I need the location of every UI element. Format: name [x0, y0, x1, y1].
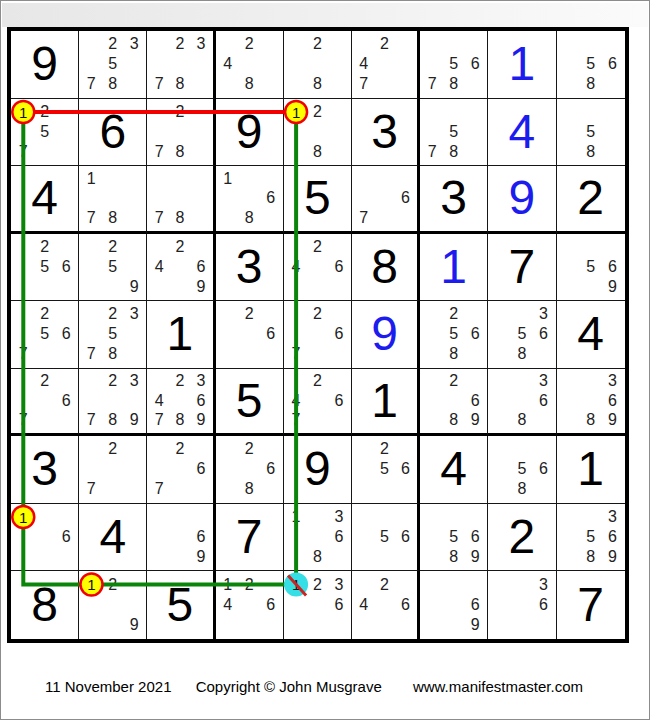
candidate-9: 9 — [196, 549, 205, 565]
candidate-3: 3 — [196, 36, 205, 52]
cell-r6c8[interactable]: 368 — [488, 369, 556, 437]
candidate-8: 8 — [245, 481, 254, 497]
cell-r6c7[interactable]: 2689 — [420, 369, 488, 437]
candidate-4: 4 — [155, 259, 164, 275]
cell-value: 3 — [420, 166, 487, 231]
caption-website: www.manifestmaster.com — [413, 678, 583, 695]
candidate-8: 8 — [449, 346, 458, 362]
cell-r2c1[interactable]: 1257 — [11, 99, 79, 167]
candidate-5: 5 — [517, 326, 526, 342]
cell-r6c6[interactable]: 1 — [352, 369, 420, 437]
candidate-4: 4 — [223, 56, 232, 72]
cell-value: 4 — [488, 99, 555, 166]
candidate-8: 8 — [108, 76, 117, 92]
cell-r6c9[interactable]: 3689 — [557, 369, 625, 437]
cell-r1c6[interactable]: 247 — [352, 31, 420, 99]
cell-r5c2[interactable]: 23578 — [79, 301, 147, 369]
cell-r5c9[interactable]: 4 — [557, 301, 625, 369]
cell-r8c2[interactable]: 4 — [79, 504, 147, 572]
candidate-8: 8 — [176, 144, 185, 160]
cell-r8c8[interactable]: 2 — [488, 504, 556, 572]
candidate-4: 4 — [359, 56, 368, 72]
cell-r9c1[interactable]: 8 — [11, 571, 79, 639]
cell-value: 8 — [11, 571, 78, 639]
candidate-6: 6 — [62, 326, 71, 342]
cell-value: 2 — [488, 504, 555, 571]
cell-r8c4[interactable]: 7 — [216, 504, 284, 572]
candidate-6: 6 — [401, 529, 410, 545]
sudoku-grid: 9235782378248282475678156812576278912835… — [7, 27, 629, 643]
candidate-8: 8 — [313, 144, 322, 160]
candidate-5: 5 — [586, 259, 595, 275]
candidate-7: 7 — [155, 76, 164, 92]
candidate-8: 8 — [449, 76, 458, 92]
cell-r8c9[interactable]: 35689 — [557, 504, 625, 572]
cell-value: 4 — [557, 301, 625, 368]
candidate-7: 7 — [155, 481, 164, 497]
candidate-2: 2 — [449, 373, 458, 389]
candidate-5: 5 — [108, 259, 117, 275]
cell-r9c3[interactable]: 5 — [147, 571, 215, 639]
candidate-6: 6 — [266, 461, 275, 477]
cell-r7c4[interactable]: 268 — [216, 436, 284, 504]
candidate-2: 2 — [40, 306, 49, 322]
candidate-5: 5 — [586, 124, 595, 140]
cell-r1c8[interactable]: 1 — [488, 31, 556, 99]
candidate-2: 2 — [108, 36, 117, 52]
candidate-2: 2 — [108, 577, 117, 593]
cell-r9c9[interactable]: 7 — [557, 571, 625, 639]
cell-r6c2[interactable]: 23789 — [79, 369, 147, 437]
candidate-6: 6 — [608, 259, 617, 275]
candidate-6: 6 — [539, 461, 548, 477]
candidate-8: 8 — [586, 549, 595, 565]
cell-r6c4[interactable]: 5 — [216, 369, 284, 437]
cell-r3c1[interactable]: 4 — [11, 166, 79, 234]
candidate-7: 7 — [87, 76, 96, 92]
cell-r3c6[interactable]: 67 — [352, 166, 420, 234]
footer-caption: 11 November 2021 Copyright © John Musgra… — [45, 678, 583, 695]
candidate-6: 6 — [539, 597, 548, 613]
cell-r2c6[interactable]: 3 — [352, 99, 420, 167]
cell-r5c5[interactable]: 267 — [284, 301, 352, 369]
candidate-6: 6 — [62, 259, 71, 275]
candidate-5: 5 — [40, 124, 49, 140]
cell-r4c1[interactable]: 256 — [11, 234, 79, 302]
candidate-6: 6 — [334, 529, 343, 545]
candidate-8: 8 — [313, 549, 322, 565]
candidate-5: 5 — [586, 529, 595, 545]
candidate-1: 1 — [19, 104, 28, 120]
candidate-2: 2 — [108, 306, 117, 322]
candidate-2: 2 — [245, 36, 254, 52]
cell-value: 9 — [488, 166, 555, 231]
candidate-8: 8 — [517, 481, 526, 497]
candidate-7: 7 — [87, 412, 96, 428]
candidate-1: 1 — [87, 577, 96, 593]
cell-r4c8[interactable]: 7 — [488, 234, 556, 302]
candidate-6: 6 — [266, 597, 275, 613]
candidate-6: 6 — [266, 190, 275, 206]
candidate-9: 9 — [130, 412, 139, 428]
candidate-8: 8 — [517, 412, 526, 428]
cell-value: 1 — [147, 301, 212, 368]
candidate-4: 4 — [291, 393, 300, 409]
candidate-2: 2 — [176, 36, 185, 52]
candidate-6: 6 — [196, 259, 205, 275]
cell-r7c7[interactable]: 4 — [420, 436, 488, 504]
cell-r7c6[interactable]: 256 — [352, 436, 420, 504]
candidate-1: 1 — [291, 577, 300, 593]
cell-value: 5 — [216, 369, 283, 434]
candidate-1: 1 — [291, 509, 300, 525]
candidate-6: 6 — [334, 326, 343, 342]
candidate-6: 6 — [334, 393, 343, 409]
candidate-7: 7 — [291, 346, 300, 362]
candidate-2: 2 — [313, 306, 322, 322]
cell-value: 4 — [79, 504, 146, 571]
candidate-3: 3 — [130, 36, 139, 52]
cell-r2c7[interactable]: 578 — [420, 99, 488, 167]
candidate-7: 7 — [87, 210, 96, 226]
candidate-6: 6 — [196, 393, 205, 409]
candidate-8: 8 — [449, 144, 458, 160]
candidate-2: 2 — [313, 373, 322, 389]
candidate-2: 2 — [176, 441, 185, 457]
candidate-7: 7 — [87, 481, 96, 497]
candidate-5: 5 — [40, 326, 49, 342]
cell-r9c7[interactable]: 69 — [420, 571, 488, 639]
cell-r5c7[interactable]: 2568 — [420, 301, 488, 369]
candidate-7: 7 — [155, 412, 164, 428]
candidate-2: 2 — [40, 239, 49, 255]
candidate-5: 5 — [449, 529, 458, 545]
candidate-8: 8 — [176, 210, 185, 226]
candidate-6: 6 — [334, 259, 343, 275]
candidate-5: 5 — [380, 461, 389, 477]
candidate-3: 3 — [608, 509, 617, 525]
candidate-4: 4 — [291, 259, 300, 275]
cell-value: 1 — [352, 369, 417, 434]
candidate-2: 2 — [40, 373, 49, 389]
candidate-3: 3 — [130, 373, 139, 389]
cell-value: 7 — [557, 571, 625, 639]
candidate-2: 2 — [176, 104, 185, 120]
candidate-2: 2 — [40, 104, 49, 120]
cell-r8c7[interactable]: 5689 — [420, 504, 488, 572]
cell-r9c2[interactable]: 129 — [79, 571, 147, 639]
candidate-2: 2 — [108, 441, 117, 457]
candidate-9: 9 — [130, 617, 139, 633]
cell-value: 5 — [147, 571, 212, 639]
candidate-2: 2 — [176, 239, 185, 255]
candidate-8: 8 — [517, 346, 526, 362]
candidate-5: 5 — [449, 56, 458, 72]
candidate-5: 5 — [40, 259, 49, 275]
cell-r9c4[interactable]: 1246 — [216, 571, 284, 639]
candidate-4: 4 — [223, 597, 232, 613]
candidate-9: 9 — [471, 617, 480, 633]
cell-r9c8[interactable]: 36 — [488, 571, 556, 639]
cell-value: 1 — [557, 436, 625, 503]
candidate-7: 7 — [428, 76, 437, 92]
candidate-8: 8 — [245, 210, 254, 226]
cell-r6c3[interactable]: 2346789 — [147, 369, 215, 437]
cell-r4c3[interactable]: 2469 — [147, 234, 215, 302]
candidate-9: 9 — [196, 412, 205, 428]
candidate-2: 2 — [245, 441, 254, 457]
candidate-6: 6 — [539, 393, 548, 409]
cell-value: 1 — [488, 31, 555, 98]
candidate-1: 1 — [223, 171, 232, 187]
cell-r5c3[interactable]: 1 — [147, 301, 215, 369]
cell-value: 7 — [216, 504, 283, 571]
candidate-3: 3 — [196, 373, 205, 389]
candidate-4: 4 — [155, 393, 164, 409]
cell-r9c5[interactable]: 1236 — [284, 571, 352, 639]
cell-r8c6[interactable]: 56 — [352, 504, 420, 572]
candidate-8: 8 — [108, 412, 117, 428]
candidate-2: 2 — [313, 577, 322, 593]
candidate-5: 5 — [449, 326, 458, 342]
cell-r1c5[interactable]: 28 — [284, 31, 352, 99]
cell-r6c1[interactable]: 267 — [11, 369, 79, 437]
window-titlebar — [2, 3, 648, 27]
cell-r7c9[interactable]: 1 — [557, 436, 625, 504]
cell-r2c2[interactable]: 6 — [79, 99, 147, 167]
cell-r7c8[interactable]: 568 — [488, 436, 556, 504]
cell-r4c7[interactable]: 1 — [420, 234, 488, 302]
candidate-7: 7 — [87, 346, 96, 362]
candidate-7: 7 — [19, 412, 28, 428]
candidate-8: 8 — [176, 412, 185, 428]
candidate-8: 8 — [108, 210, 117, 226]
candidate-5: 5 — [380, 529, 389, 545]
cell-value: 9 — [216, 99, 283, 166]
cell-r2c8[interactable]: 4 — [488, 99, 556, 167]
cell-value: 9 — [11, 31, 78, 98]
candidate-8: 8 — [108, 346, 117, 362]
cell-r4c5[interactable]: 246 — [284, 234, 352, 302]
cell-value: 6 — [79, 99, 146, 166]
cell-r1c7[interactable]: 5678 — [420, 31, 488, 99]
candidate-4: 4 — [359, 597, 368, 613]
cell-value: 4 — [11, 166, 78, 231]
cell-r1c4[interactable]: 248 — [216, 31, 284, 99]
candidate-2: 2 — [245, 577, 254, 593]
cell-r4c2[interactable]: 259 — [79, 234, 147, 302]
candidate-6: 6 — [401, 190, 410, 206]
cell-value: 3 — [11, 436, 78, 503]
candidate-6: 6 — [471, 393, 480, 409]
candidate-2: 2 — [108, 373, 117, 389]
candidate-6: 6 — [608, 393, 617, 409]
candidate-1: 1 — [223, 577, 232, 593]
cell-r4c6[interactable]: 8 — [352, 234, 420, 302]
cell-r7c1[interactable]: 3 — [11, 436, 79, 504]
cell-r3c7[interactable]: 3 — [420, 166, 488, 234]
candidate-6: 6 — [471, 326, 480, 342]
cell-r7c5[interactable]: 9 — [284, 436, 352, 504]
cell-r1c9[interactable]: 568 — [557, 31, 625, 99]
sudoku-app-window: 9235782378248282475678156812576278912835… — [0, 0, 650, 720]
cell-r4c9[interactable]: 569 — [557, 234, 625, 302]
candidate-2: 2 — [313, 36, 322, 52]
candidate-5: 5 — [586, 56, 595, 72]
cell-value: 9 — [352, 301, 417, 368]
cell-r3c3[interactable]: 78 — [147, 166, 215, 234]
cell-value: 2 — [557, 166, 625, 231]
candidate-6: 6 — [608, 529, 617, 545]
candidate-5: 5 — [108, 56, 117, 72]
candidate-2: 2 — [380, 577, 389, 593]
candidate-8: 8 — [449, 549, 458, 565]
candidate-1: 1 — [291, 104, 300, 120]
candidate-2: 2 — [449, 306, 458, 322]
candidate-5: 5 — [449, 124, 458, 140]
cell-r1c1[interactable]: 9 — [11, 31, 79, 99]
caption-copyright: Copyright © John Musgrave — [196, 678, 382, 695]
candidate-8: 8 — [245, 76, 254, 92]
cell-r4c4[interactable]: 3 — [216, 234, 284, 302]
candidate-7: 7 — [428, 144, 437, 160]
cell-r5c1[interactable]: 2567 — [11, 301, 79, 369]
candidate-9: 9 — [471, 412, 480, 428]
cell-value: 4 — [420, 436, 487, 503]
cell-r6c5[interactable]: 2467 — [284, 369, 352, 437]
candidate-7: 7 — [359, 210, 368, 226]
candidate-3: 3 — [130, 306, 139, 322]
candidate-6: 6 — [196, 461, 205, 477]
candidate-6: 6 — [471, 597, 480, 613]
candidate-7: 7 — [291, 412, 300, 428]
cell-r1c2[interactable]: 23578 — [79, 31, 147, 99]
candidate-3: 3 — [334, 509, 343, 525]
candidate-6: 6 — [471, 529, 480, 545]
candidate-2: 2 — [108, 239, 117, 255]
candidate-7: 7 — [19, 144, 28, 160]
candidate-6: 6 — [401, 461, 410, 477]
cell-r5c6[interactable]: 9 — [352, 301, 420, 369]
candidate-7: 7 — [155, 210, 164, 226]
candidate-6: 6 — [196, 529, 205, 545]
cell-r8c3[interactable]: 69 — [147, 504, 215, 572]
cell-r8c5[interactable]: 1368 — [284, 504, 352, 572]
caption-date: 11 November 2021 — [45, 678, 171, 695]
candidate-5: 5 — [108, 326, 117, 342]
cell-r7c2[interactable]: 27 — [79, 436, 147, 504]
candidate-3: 3 — [608, 373, 617, 389]
cell-value: 8 — [352, 234, 417, 301]
candidate-1: 1 — [87, 171, 96, 187]
candidate-6: 6 — [471, 56, 480, 72]
candidate-8: 8 — [176, 76, 185, 92]
candidate-8: 8 — [586, 76, 595, 92]
cell-value: 1 — [420, 234, 487, 301]
cell-r5c8[interactable]: 3568 — [488, 301, 556, 369]
candidate-6: 6 — [334, 597, 343, 613]
candidate-8: 8 — [586, 144, 595, 160]
cell-r3c5[interactable]: 5 — [284, 166, 352, 234]
cell-r2c3[interactable]: 278 — [147, 99, 215, 167]
cell-r7c3[interactable]: 267 — [147, 436, 215, 504]
candidate-9: 9 — [608, 412, 617, 428]
candidate-9: 9 — [130, 279, 139, 295]
candidate-6: 6 — [401, 597, 410, 613]
candidate-6: 6 — [62, 529, 71, 545]
candidate-9: 9 — [608, 549, 617, 565]
candidate-6: 6 — [62, 393, 71, 409]
candidate-8: 8 — [586, 412, 595, 428]
cell-r8c1[interactable]: 16 — [11, 504, 79, 572]
cell-r3c2[interactable]: 178 — [79, 166, 147, 234]
cell-r5c4[interactable]: 26 — [216, 301, 284, 369]
cell-value: 3 — [216, 234, 283, 301]
cell-r2c4[interactable]: 9 — [216, 99, 284, 167]
candidate-9: 9 — [608, 279, 617, 295]
candidate-3: 3 — [539, 373, 548, 389]
cell-value: 9 — [284, 436, 351, 503]
cell-r2c9[interactable]: 58 — [557, 99, 625, 167]
cell-value: 3 — [352, 99, 417, 166]
candidate-2: 2 — [245, 306, 254, 322]
candidate-7: 7 — [19, 346, 28, 362]
candidate-9: 9 — [471, 549, 480, 565]
cell-r3c8[interactable]: 9 — [488, 166, 556, 234]
candidate-3: 3 — [334, 577, 343, 593]
candidate-2: 2 — [380, 441, 389, 457]
candidate-8: 8 — [449, 412, 458, 428]
cell-r1c3[interactable]: 2378 — [147, 31, 215, 99]
cell-r2c5[interactable]: 128 — [284, 99, 352, 167]
cell-r3c9[interactable]: 2 — [557, 166, 625, 234]
candidate-2: 2 — [176, 373, 185, 389]
candidate-5: 5 — [517, 461, 526, 477]
candidate-7: 7 — [359, 76, 368, 92]
candidate-1: 1 — [19, 509, 28, 525]
candidate-6: 6 — [608, 56, 617, 72]
candidate-6: 6 — [266, 326, 275, 342]
cell-r9c6[interactable]: 246 — [352, 571, 420, 639]
candidate-9: 9 — [196, 279, 205, 295]
candidate-2: 2 — [313, 239, 322, 255]
candidate-2: 2 — [313, 104, 322, 120]
candidate-7: 7 — [155, 144, 164, 160]
candidate-6: 6 — [539, 326, 548, 342]
candidate-3: 3 — [539, 306, 548, 322]
cell-r3c4[interactable]: 168 — [216, 166, 284, 234]
cell-value: 7 — [488, 234, 555, 301]
candidate-3: 3 — [539, 577, 548, 593]
candidate-2: 2 — [380, 36, 389, 52]
cell-value: 5 — [284, 166, 351, 231]
candidate-8: 8 — [313, 76, 322, 92]
